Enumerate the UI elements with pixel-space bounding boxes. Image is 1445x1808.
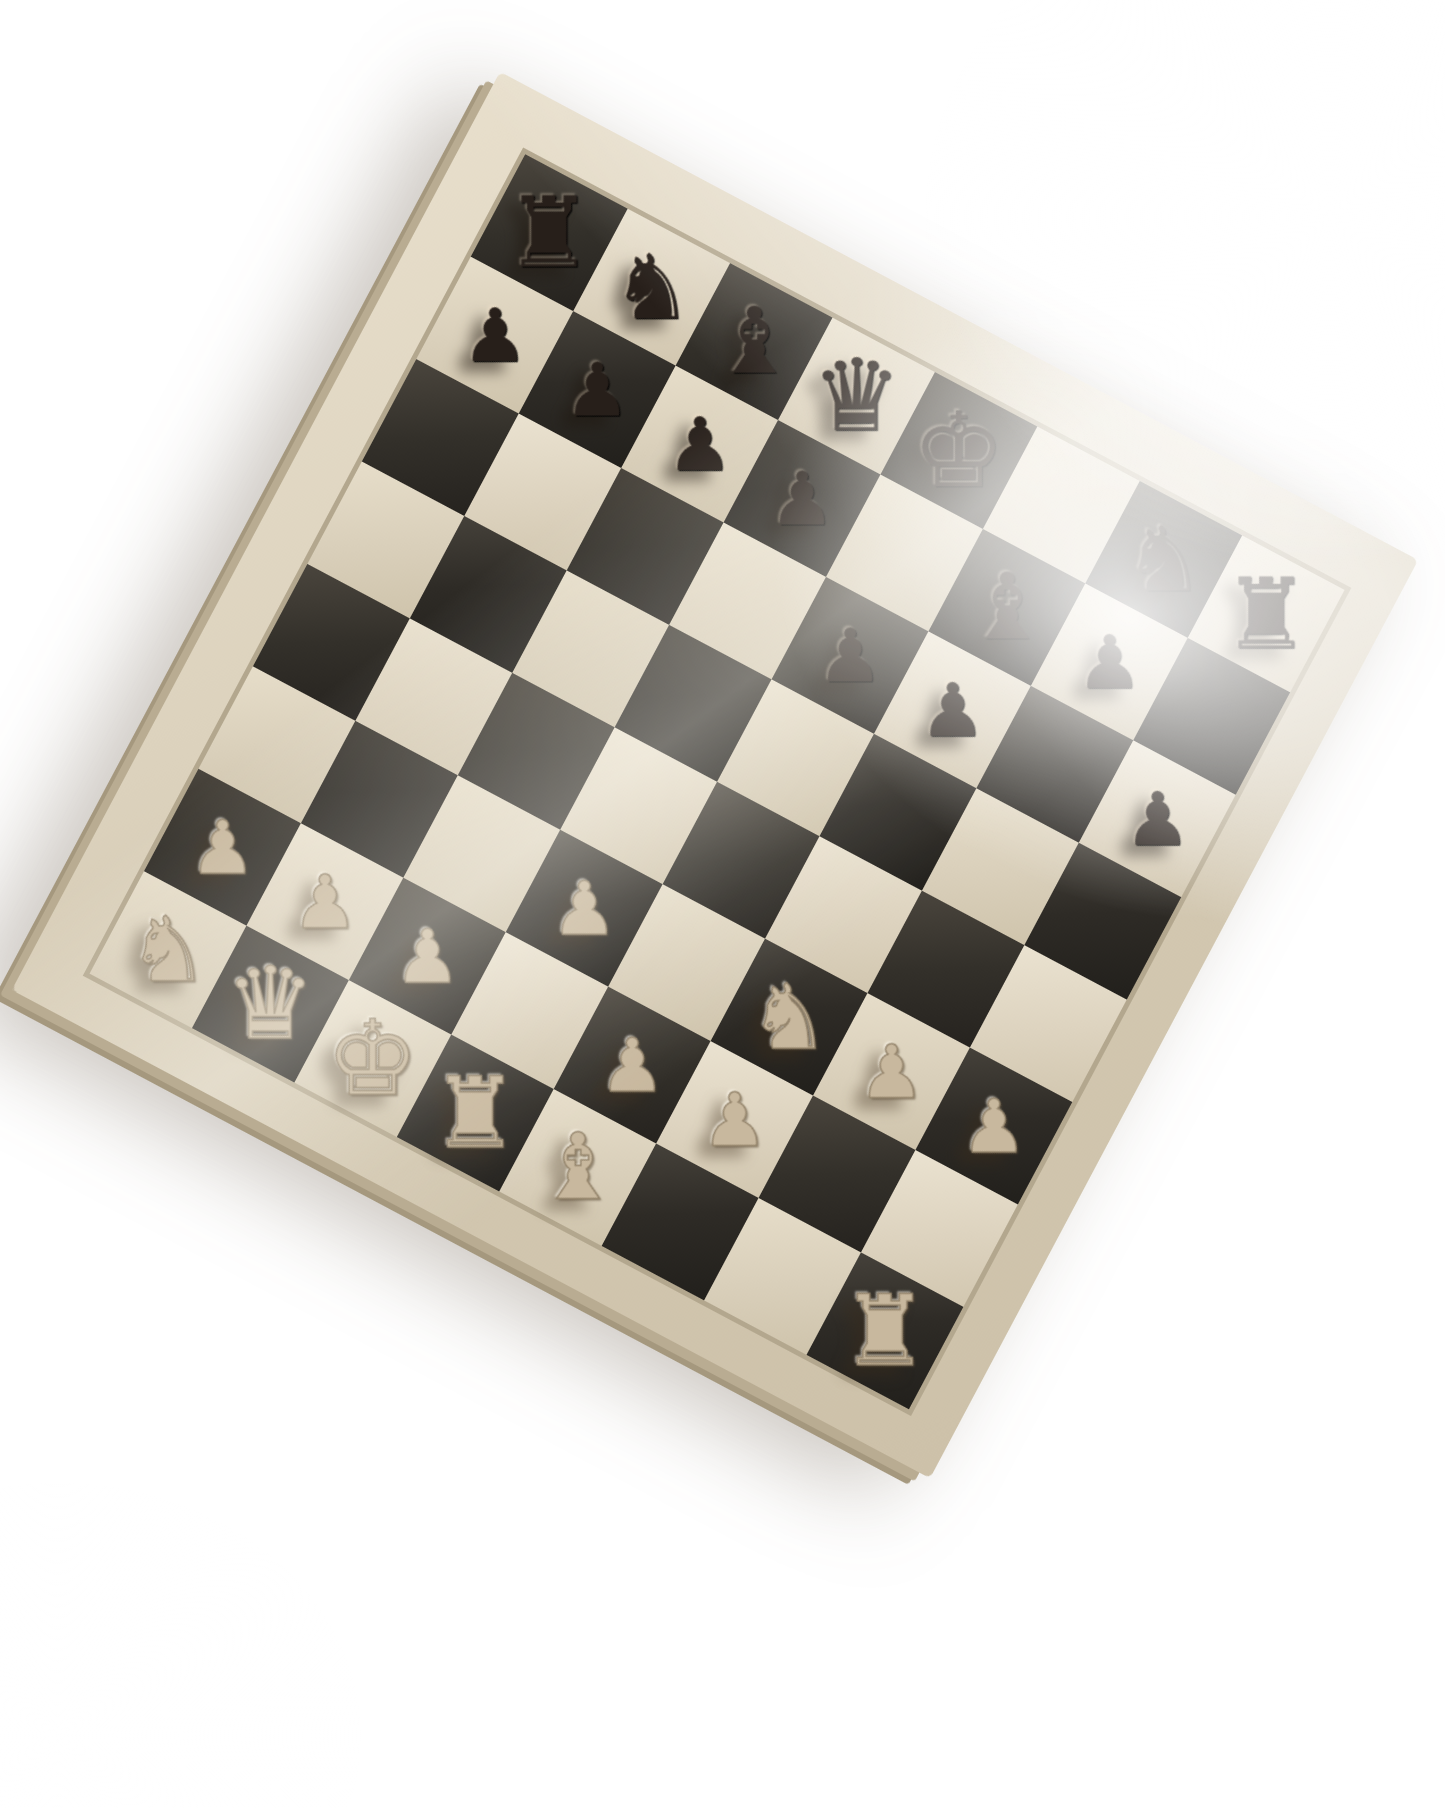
black-pawn-g7[interactable]: ♟	[1076, 625, 1142, 699]
black-bishop-c8[interactable]: ♝	[713, 296, 795, 388]
black-bishop-f7[interactable]: ♝	[966, 561, 1048, 653]
black-pawn-f6[interactable]: ♟	[919, 673, 985, 747]
white-knight-f3[interactable]: ♞	[749, 972, 830, 1062]
white-pawn-f2[interactable]: ♟	[701, 1083, 767, 1157]
white-knight-a1[interactable]: ♞	[128, 905, 209, 995]
black-pawn-a7[interactable]: ♟	[462, 298, 528, 372]
white-pawn-h3[interactable]: ♟	[961, 1089, 1027, 1163]
page-root: { "game": "chess", "scene_description": …	[0, 0, 1445, 1808]
black-pawn-d7[interactable]: ♟	[769, 461, 835, 535]
black-pawn-e6[interactable]: ♟	[817, 618, 883, 692]
white-queen-b1[interactable]: ♛	[226, 954, 316, 1054]
white-king-c1[interactable]: ♚	[326, 1007, 419, 1111]
white-bishop-e1[interactable]: ♝	[536, 1121, 618, 1213]
white-pawn-a2[interactable]: ♟	[189, 810, 255, 884]
black-pawn-c7[interactable]: ♟	[666, 407, 732, 481]
black-knight-b8[interactable]: ♞	[611, 242, 692, 332]
white-pawn-b2[interactable]: ♟	[292, 865, 358, 939]
black-knight-g8[interactable]: ♞	[1123, 514, 1204, 604]
white-pawn-e2[interactable]: ♟	[599, 1028, 665, 1102]
black-pawn-b7[interactable]: ♟	[564, 353, 630, 427]
white-rook-d1[interactable]: ♜	[431, 1064, 519, 1162]
chess-board: ♜♞♝♛♚♞♜♟♟♟♟♝♟♟♟♟♟♞♟♟♟♟♟♟♟♞♛♚♜♝♜	[12, 72, 1419, 1479]
black-rook-a8[interactable]: ♜	[505, 184, 593, 282]
black-queen-d8[interactable]: ♛	[812, 346, 902, 446]
white-pawn-c2[interactable]: ♟	[394, 919, 460, 993]
white-pawn-g3[interactable]: ♟	[858, 1035, 924, 1109]
white-rook-h1[interactable]: ♜	[841, 1282, 929, 1380]
black-pawn-h6[interactable]: ♟	[1124, 782, 1190, 856]
white-pawn-d3[interactable]: ♟	[551, 871, 617, 945]
board-grid: ♜♞♝♛♚♞♜♟♟♟♟♝♟♟♟♟♟♞♟♟♟♟♟♟♟♞♛♚♜♝♜	[83, 147, 1352, 1416]
black-rook-h8[interactable]: ♜	[1222, 565, 1310, 663]
black-king-e8[interactable]: ♚	[912, 399, 1005, 503]
